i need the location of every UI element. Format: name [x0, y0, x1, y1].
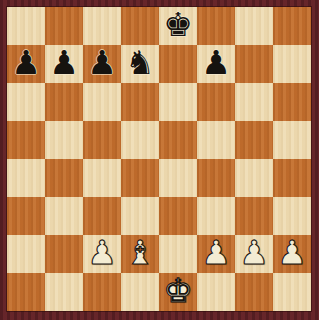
square-e7[interactable] — [159, 45, 197, 83]
square-a8[interactable] — [7, 7, 45, 45]
white-pawn: ♟ — [87, 234, 117, 272]
square-b6[interactable] — [45, 83, 83, 121]
white-pawn: ♟ — [239, 234, 269, 272]
square-h3[interactable] — [273, 197, 311, 235]
square-a4[interactable] — [7, 159, 45, 197]
square-h2[interactable]: ♟ — [273, 235, 311, 273]
square-b1[interactable] — [45, 273, 83, 311]
square-e4[interactable] — [159, 159, 197, 197]
black-pawn: ♟ — [11, 44, 41, 82]
square-c1[interactable] — [83, 273, 121, 311]
square-g2[interactable]: ♟ — [235, 235, 273, 273]
square-c4[interactable] — [83, 159, 121, 197]
square-g5[interactable] — [235, 121, 273, 159]
square-h7[interactable] — [273, 45, 311, 83]
square-f1[interactable] — [197, 273, 235, 311]
square-e3[interactable] — [159, 197, 197, 235]
square-d3[interactable] — [121, 197, 159, 235]
square-d2[interactable]: ♝ — [121, 235, 159, 273]
square-f6[interactable] — [197, 83, 235, 121]
square-f4[interactable] — [197, 159, 235, 197]
square-h8[interactable] — [273, 7, 311, 45]
square-b5[interactable] — [45, 121, 83, 159]
square-a3[interactable] — [7, 197, 45, 235]
square-d1[interactable] — [121, 273, 159, 311]
black-pawn: ♟ — [49, 44, 79, 82]
black-pawn: ♟ — [87, 44, 117, 82]
square-g8[interactable] — [235, 7, 273, 45]
square-h5[interactable] — [273, 121, 311, 159]
square-c2[interactable]: ♟ — [83, 235, 121, 273]
square-e1[interactable]: ♚ — [159, 273, 197, 311]
square-c5[interactable] — [83, 121, 121, 159]
square-h4[interactable] — [273, 159, 311, 197]
square-e2[interactable] — [159, 235, 197, 273]
square-c8[interactable] — [83, 7, 121, 45]
square-a2[interactable] — [7, 235, 45, 273]
square-f3[interactable] — [197, 197, 235, 235]
square-g6[interactable] — [235, 83, 273, 121]
square-g7[interactable] — [235, 45, 273, 83]
square-c7[interactable]: ♟ — [83, 45, 121, 83]
white-bishop: ♝ — [125, 234, 155, 272]
black-pawn: ♟ — [201, 44, 231, 82]
square-b4[interactable] — [45, 159, 83, 197]
square-c3[interactable] — [83, 197, 121, 235]
square-e8[interactable]: ♚ — [159, 7, 197, 45]
square-g1[interactable] — [235, 273, 273, 311]
square-a5[interactable] — [7, 121, 45, 159]
square-h6[interactable] — [273, 83, 311, 121]
square-d5[interactable] — [121, 121, 159, 159]
square-a6[interactable] — [7, 83, 45, 121]
square-b2[interactable] — [45, 235, 83, 273]
square-b7[interactable]: ♟ — [45, 45, 83, 83]
square-f8[interactable] — [197, 7, 235, 45]
chess-diagram: ♚♟♟♟♞♟♟♝♟♟♟♚ — [0, 0, 319, 320]
square-a7[interactable]: ♟ — [7, 45, 45, 83]
square-b8[interactable] — [45, 7, 83, 45]
square-h1[interactable] — [273, 273, 311, 311]
square-d6[interactable] — [121, 83, 159, 121]
white-king: ♚ — [163, 272, 193, 310]
square-f7[interactable]: ♟ — [197, 45, 235, 83]
black-knight: ♞ — [125, 44, 155, 82]
white-pawn: ♟ — [277, 234, 307, 272]
square-f5[interactable] — [197, 121, 235, 159]
square-b3[interactable] — [45, 197, 83, 235]
square-f2[interactable]: ♟ — [197, 235, 235, 273]
square-a1[interactable] — [7, 273, 45, 311]
chess-board: ♚♟♟♟♞♟♟♝♟♟♟♚ — [7, 7, 311, 311]
square-g4[interactable] — [235, 159, 273, 197]
black-king: ♚ — [163, 6, 193, 44]
square-d4[interactable] — [121, 159, 159, 197]
square-e5[interactable] — [159, 121, 197, 159]
white-pawn: ♟ — [201, 234, 231, 272]
square-e6[interactable] — [159, 83, 197, 121]
square-d7[interactable]: ♞ — [121, 45, 159, 83]
square-g3[interactable] — [235, 197, 273, 235]
square-c6[interactable] — [83, 83, 121, 121]
square-d8[interactable] — [121, 7, 159, 45]
